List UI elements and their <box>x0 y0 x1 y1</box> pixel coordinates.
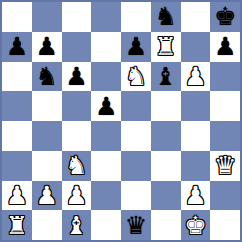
white-knight[interactable]: ♞ <box>65 153 87 178</box>
white-rook[interactable]: ♜ <box>154 34 176 59</box>
square-g8[interactable] <box>181 2 211 32</box>
square-e8[interactable] <box>121 2 151 32</box>
black-pawn[interactable]: ♟ <box>6 34 28 59</box>
square-h1[interactable] <box>210 210 240 240</box>
square-a7[interactable]: ♟ <box>2 32 32 62</box>
black-queen[interactable]: ♛ <box>125 213 147 238</box>
square-e5[interactable] <box>121 91 151 121</box>
square-f3[interactable] <box>151 151 181 181</box>
square-g5[interactable] <box>181 91 211 121</box>
square-e6[interactable]: ♞ <box>121 62 151 92</box>
square-f8[interactable]: ♞ <box>151 2 181 32</box>
black-pawn[interactable]: ♟ <box>95 94 117 119</box>
square-c7[interactable] <box>62 32 92 62</box>
square-e7[interactable]: ♟ <box>121 32 151 62</box>
square-b2[interactable]: ♟ <box>32 181 62 211</box>
white-pawn[interactable]: ♟ <box>184 64 206 89</box>
black-pawn[interactable]: ♟ <box>35 34 57 59</box>
square-c3[interactable]: ♞ <box>62 151 92 181</box>
square-h4[interactable] <box>210 121 240 151</box>
white-bishop[interactable]: ♝ <box>65 213 87 238</box>
white-pawn[interactable]: ♟ <box>6 183 28 208</box>
square-b6[interactable]: ♞ <box>32 62 62 92</box>
square-d5[interactable]: ♟ <box>91 91 121 121</box>
black-bishop[interactable]: ♝ <box>154 64 176 89</box>
white-pawn[interactable]: ♟ <box>65 183 87 208</box>
square-a2[interactable]: ♟ <box>2 181 32 211</box>
square-h7[interactable]: ♟ <box>210 32 240 62</box>
square-d6[interactable] <box>91 62 121 92</box>
square-g6[interactable]: ♟ <box>181 62 211 92</box>
square-g4[interactable] <box>181 121 211 151</box>
square-g7[interactable] <box>181 32 211 62</box>
square-h6[interactable] <box>210 62 240 92</box>
square-c4[interactable] <box>62 121 92 151</box>
square-h8[interactable]: ♚ <box>210 2 240 32</box>
black-pawn[interactable]: ♟ <box>214 34 236 59</box>
square-b3[interactable] <box>32 151 62 181</box>
square-f6[interactable]: ♝ <box>151 62 181 92</box>
square-c1[interactable]: ♝ <box>62 210 92 240</box>
square-c6[interactable]: ♟ <box>62 62 92 92</box>
square-e1[interactable]: ♛ <box>121 210 151 240</box>
square-c8[interactable] <box>62 2 92 32</box>
square-b1[interactable] <box>32 210 62 240</box>
square-d2[interactable] <box>91 181 121 211</box>
square-a8[interactable] <box>2 2 32 32</box>
square-b7[interactable]: ♟ <box>32 32 62 62</box>
square-d8[interactable] <box>91 2 121 32</box>
square-h3[interactable]: ♛ <box>210 151 240 181</box>
square-f7[interactable]: ♜ <box>151 32 181 62</box>
square-h5[interactable] <box>210 91 240 121</box>
square-c5[interactable] <box>62 91 92 121</box>
square-a3[interactable] <box>2 151 32 181</box>
white-knight[interactable]: ♞ <box>125 64 147 89</box>
square-e3[interactable] <box>121 151 151 181</box>
white-king[interactable]: ♚ <box>184 213 206 238</box>
square-g3[interactable] <box>181 151 211 181</box>
square-a4[interactable] <box>2 121 32 151</box>
square-a1[interactable]: ♜ <box>2 210 32 240</box>
black-knight[interactable]: ♞ <box>35 64 57 89</box>
white-queen[interactable]: ♛ <box>214 153 236 178</box>
square-h2[interactable] <box>210 181 240 211</box>
square-f5[interactable] <box>151 91 181 121</box>
square-e4[interactable] <box>121 121 151 151</box>
square-d7[interactable] <box>91 32 121 62</box>
black-king[interactable]: ♚ <box>214 4 236 29</box>
white-pawn[interactable]: ♟ <box>35 183 57 208</box>
square-e2[interactable] <box>121 181 151 211</box>
square-d1[interactable] <box>91 210 121 240</box>
white-rook[interactable]: ♜ <box>6 213 28 238</box>
black-knight[interactable]: ♞ <box>154 4 176 29</box>
white-pawn[interactable]: ♟ <box>184 183 206 208</box>
square-d4[interactable] <box>91 121 121 151</box>
square-a6[interactable] <box>2 62 32 92</box>
square-b8[interactable] <box>32 2 62 32</box>
square-b5[interactable] <box>32 91 62 121</box>
square-c2[interactable]: ♟ <box>62 181 92 211</box>
black-pawn[interactable]: ♟ <box>65 64 87 89</box>
black-pawn[interactable]: ♟ <box>125 34 147 59</box>
square-g1[interactable]: ♚ <box>181 210 211 240</box>
square-g2[interactable]: ♟ <box>181 181 211 211</box>
square-d3[interactable] <box>91 151 121 181</box>
square-a5[interactable] <box>2 91 32 121</box>
chess-board: ♞♚♟♟♟♜♟♞♟♞♝♟♟♞♛♟♟♟♟♜♝♛♚ <box>0 0 242 242</box>
square-f1[interactable] <box>151 210 181 240</box>
square-b4[interactable] <box>32 121 62 151</box>
square-f4[interactable] <box>151 121 181 151</box>
square-f2[interactable] <box>151 181 181 211</box>
